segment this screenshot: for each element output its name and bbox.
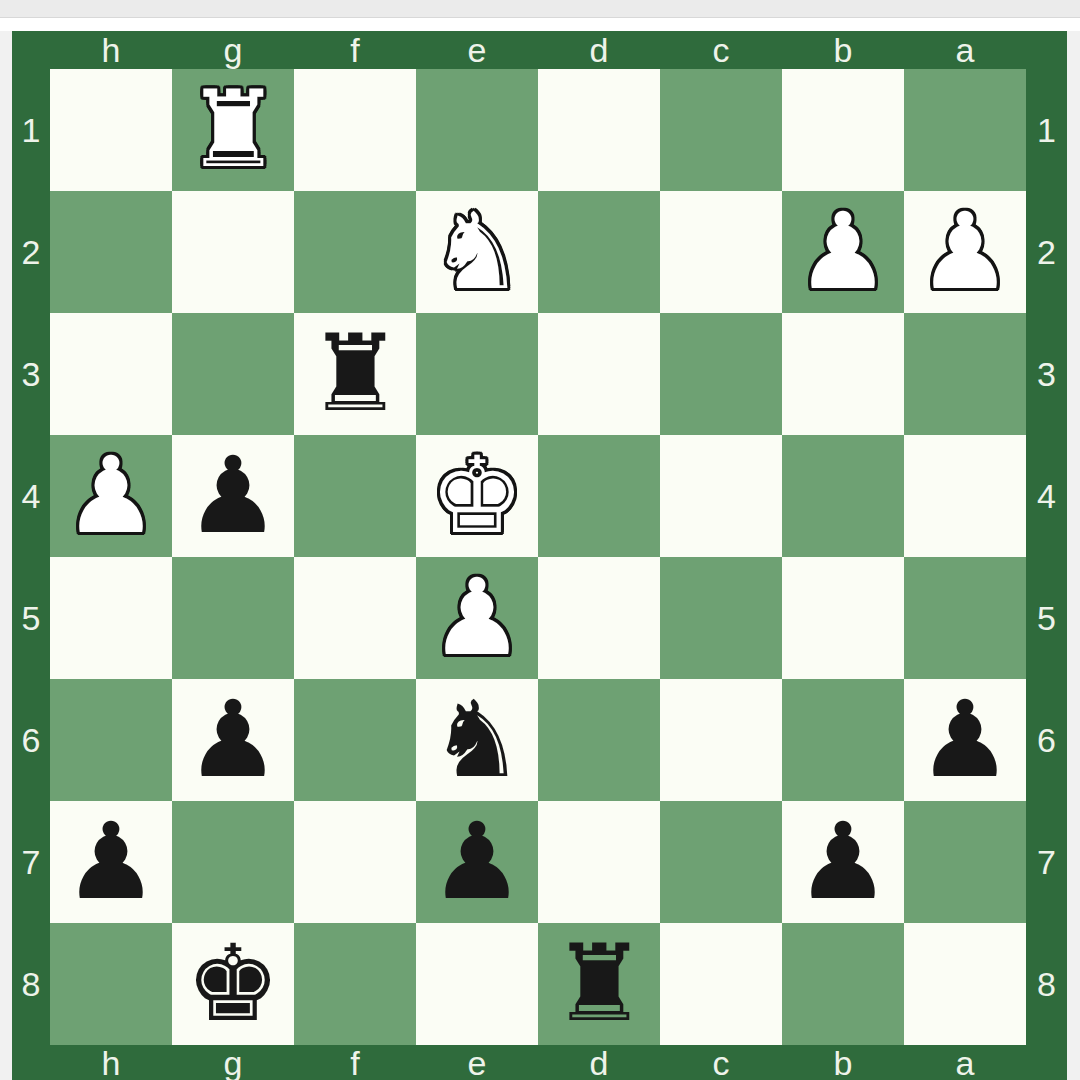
frame-corner	[12, 31, 50, 69]
chess-board: hgfedcba1♜12♞♟♟23♜34♟♟♚45♟56♟♞♟67♟♟♟78♚♜…	[12, 31, 1067, 1080]
file-label-f-bottom: f	[294, 1045, 416, 1080]
square-e1[interactable]	[416, 69, 538, 191]
file-label-b-top: b	[782, 31, 904, 69]
square-a6[interactable]: ♟	[904, 679, 1026, 801]
square-d8[interactable]: ♜	[538, 923, 660, 1045]
square-c1[interactable]	[660, 69, 782, 191]
file-label-d-bottom: d	[538, 1045, 660, 1080]
square-g3[interactable]	[172, 313, 294, 435]
square-e4[interactable]: ♚	[416, 435, 538, 557]
square-c8[interactable]	[660, 923, 782, 1045]
square-a1[interactable]	[904, 69, 1026, 191]
square-b5[interactable]	[782, 557, 904, 679]
rank-label-6-right: 6	[1026, 679, 1067, 801]
file-label-g-bottom: g	[172, 1045, 294, 1080]
square-f1[interactable]	[294, 69, 416, 191]
white-pawn-e5[interactable]: ♟	[429, 557, 524, 679]
black-rook-f3[interactable]: ♜	[307, 313, 402, 435]
rank-label-4-left: 4	[12, 435, 50, 557]
file-label-c-bottom: c	[660, 1045, 782, 1080]
rank-label-1-right: 1	[1026, 69, 1067, 191]
square-f7[interactable]	[294, 801, 416, 923]
square-g4[interactable]: ♟	[172, 435, 294, 557]
white-king-e4[interactable]: ♚	[429, 435, 524, 557]
square-g7[interactable]	[172, 801, 294, 923]
square-b4[interactable]	[782, 435, 904, 557]
file-label-b-bottom: b	[782, 1045, 904, 1080]
square-c4[interactable]	[660, 435, 782, 557]
white-pawn-h4[interactable]: ♟	[63, 435, 158, 557]
rank-label-7-right: 7	[1026, 801, 1067, 923]
file-label-d-top: d	[538, 31, 660, 69]
file-label-f-top: f	[294, 31, 416, 69]
square-d6[interactable]	[538, 679, 660, 801]
black-knight-e6[interactable]: ♞	[429, 679, 524, 801]
square-h3[interactable]	[50, 313, 172, 435]
square-g8[interactable]: ♚	[172, 923, 294, 1045]
black-pawn-b7[interactable]: ♟	[795, 801, 890, 923]
square-c3[interactable]	[660, 313, 782, 435]
square-a8[interactable]	[904, 923, 1026, 1045]
square-h6[interactable]	[50, 679, 172, 801]
square-e2[interactable]: ♞	[416, 191, 538, 313]
square-a7[interactable]	[904, 801, 1026, 923]
white-rook-g1[interactable]: ♜	[185, 69, 280, 191]
square-b8[interactable]	[782, 923, 904, 1045]
rank-label-3-right: 3	[1026, 313, 1067, 435]
square-c7[interactable]	[660, 801, 782, 923]
rank-label-2-left: 2	[12, 191, 50, 313]
square-f2[interactable]	[294, 191, 416, 313]
square-d2[interactable]	[538, 191, 660, 313]
rank-label-8-left: 8	[12, 923, 50, 1045]
square-f8[interactable]	[294, 923, 416, 1045]
square-b1[interactable]	[782, 69, 904, 191]
white-pawn-b2[interactable]: ♟	[795, 191, 890, 313]
square-h4[interactable]: ♟	[50, 435, 172, 557]
rank-label-5-left: 5	[12, 557, 50, 679]
right-page-margin	[1067, 31, 1080, 1080]
square-h8[interactable]	[50, 923, 172, 1045]
status-bar-area	[0, 0, 1080, 18]
square-d7[interactable]	[538, 801, 660, 923]
rank-label-8-right: 8	[1026, 923, 1067, 1045]
file-label-c-top: c	[660, 31, 782, 69]
square-h5[interactable]	[50, 557, 172, 679]
black-rook-d8[interactable]: ♜	[551, 923, 646, 1045]
square-d5[interactable]	[538, 557, 660, 679]
file-label-a-bottom: a	[904, 1045, 1026, 1080]
square-b3[interactable]	[782, 313, 904, 435]
square-a3[interactable]	[904, 313, 1026, 435]
square-e7[interactable]: ♟	[416, 801, 538, 923]
file-label-a-top: a	[904, 31, 1026, 69]
left-page-margin	[0, 31, 12, 1080]
file-label-g-top: g	[172, 31, 294, 69]
file-label-h-top: h	[50, 31, 172, 69]
square-g2[interactable]	[172, 191, 294, 313]
square-f5[interactable]	[294, 557, 416, 679]
black-king-g8[interactable]: ♚	[185, 923, 280, 1045]
white-knight-e2[interactable]: ♞	[429, 191, 524, 313]
rank-label-3-left: 3	[12, 313, 50, 435]
black-pawn-g6[interactable]: ♟	[185, 679, 280, 801]
square-h7[interactable]: ♟	[50, 801, 172, 923]
square-a4[interactable]	[904, 435, 1026, 557]
square-e5[interactable]: ♟	[416, 557, 538, 679]
square-h2[interactable]	[50, 191, 172, 313]
black-pawn-a6[interactable]: ♟	[917, 679, 1012, 801]
square-e3[interactable]	[416, 313, 538, 435]
square-a2[interactable]: ♟	[904, 191, 1026, 313]
rank-label-4-right: 4	[1026, 435, 1067, 557]
square-g6[interactable]: ♟	[172, 679, 294, 801]
rank-label-1-left: 1	[12, 69, 50, 191]
file-label-e-bottom: e	[416, 1045, 538, 1080]
square-g5[interactable]	[172, 557, 294, 679]
black-pawn-e7[interactable]: ♟	[429, 801, 524, 923]
black-pawn-h7[interactable]: ♟	[63, 801, 158, 923]
rank-label-2-right: 2	[1026, 191, 1067, 313]
white-pawn-a2[interactable]: ♟	[917, 191, 1012, 313]
square-b7[interactable]: ♟	[782, 801, 904, 923]
square-b2[interactable]: ♟	[782, 191, 904, 313]
rank-label-6-left: 6	[12, 679, 50, 801]
square-e8[interactable]	[416, 923, 538, 1045]
square-f4[interactable]	[294, 435, 416, 557]
file-label-e-top: e	[416, 31, 538, 69]
square-c5[interactable]	[660, 557, 782, 679]
square-g1[interactable]: ♜	[172, 69, 294, 191]
square-c6[interactable]	[660, 679, 782, 801]
square-b6[interactable]	[782, 679, 904, 801]
frame-corner	[1026, 31, 1067, 69]
square-c2[interactable]	[660, 191, 782, 313]
frame-corner	[1026, 1045, 1067, 1080]
square-d3[interactable]	[538, 313, 660, 435]
square-f3[interactable]: ♜	[294, 313, 416, 435]
black-pawn-g4[interactable]: ♟	[185, 435, 280, 557]
file-label-h-bottom: h	[50, 1045, 172, 1080]
rank-label-7-left: 7	[12, 801, 50, 923]
square-e6[interactable]: ♞	[416, 679, 538, 801]
square-d4[interactable]	[538, 435, 660, 557]
square-h1[interactable]	[50, 69, 172, 191]
rank-label-5-right: 5	[1026, 557, 1067, 679]
square-f6[interactable]	[294, 679, 416, 801]
square-a5[interactable]	[904, 557, 1026, 679]
frame-corner	[12, 1045, 50, 1080]
square-d1[interactable]	[538, 69, 660, 191]
